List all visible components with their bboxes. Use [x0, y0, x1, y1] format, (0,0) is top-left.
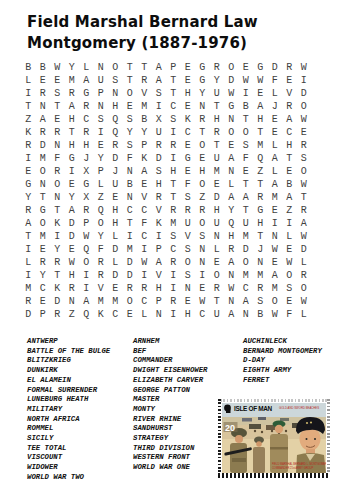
grid-cell: B [282, 178, 297, 191]
grid-cell: O [123, 295, 138, 308]
grid-cell: O [282, 269, 297, 282]
grid-cell: G [21, 178, 36, 191]
grid-cell: N [65, 295, 80, 308]
grid-cell: O [195, 217, 210, 230]
word-list-item: DUNKIRK [27, 366, 110, 376]
word-list-item: WORLD WAR ONE [133, 463, 207, 473]
grid-cell: D [297, 87, 312, 100]
grid-cell: P [36, 308, 51, 321]
grid-cell: R [282, 61, 297, 74]
grid-cell: Y [94, 152, 109, 165]
grid-cell: W [297, 61, 312, 74]
grid-cell: U [152, 126, 167, 139]
grid-cell: M [239, 269, 254, 282]
grid-cell: Z [282, 204, 297, 217]
grid-cell: T [123, 74, 138, 87]
grid-cell: D [21, 308, 36, 321]
grid-cell: R [108, 139, 123, 152]
grid-cell: U [181, 217, 196, 230]
grid-cell: D [108, 152, 123, 165]
word-list-item: THIRD DIVISION [133, 444, 207, 454]
grid-cell: I [21, 87, 36, 100]
word-list-item: WIDOWER [27, 463, 110, 473]
grid-cell: E [282, 295, 297, 308]
grid-cell: D [65, 230, 80, 243]
word-list-column-2: ARNHEMBEFCOMMANDERDWIGHT EISENHOWERELIZA… [133, 337, 207, 473]
grid-cell: L [210, 243, 225, 256]
grid-cell: P [94, 87, 109, 100]
word-list-item: BLITZKRIEG [27, 356, 110, 366]
grid-cell: D [36, 139, 51, 152]
grid-cell: Z [195, 191, 210, 204]
grid-cell: H [210, 113, 225, 126]
grid-cell: E [137, 178, 152, 191]
grid-cell: R [50, 165, 65, 178]
grid-cell: A [152, 256, 167, 269]
grid-cell: L [297, 308, 312, 321]
grid-cell: R [137, 282, 152, 295]
grid-cell: Q [108, 113, 123, 126]
grid-cell: T [65, 126, 80, 139]
word-list-item: SICILY [27, 434, 110, 444]
grid-cell: R [297, 269, 312, 282]
grid-cell: E [123, 308, 138, 321]
grid-cell: K [50, 217, 65, 230]
grid-cell: O [297, 165, 312, 178]
grid-cell: N [36, 100, 51, 113]
grid-cell: U [210, 308, 225, 321]
grid-cell: C [282, 126, 297, 139]
grid-cell: L [108, 256, 123, 269]
grid-cell: M [268, 282, 283, 295]
grid-cell: A [268, 269, 283, 282]
word-list-item: BATTLE OF THE BULGE [27, 347, 110, 357]
grid-cell: I [166, 152, 181, 165]
grid-cell: Y [21, 191, 36, 204]
word-list-item: EIGHTH ARMY [243, 366, 322, 376]
grid-cell: N [210, 230, 225, 243]
grid-cell: H [181, 308, 196, 321]
grid-cell: E [94, 139, 109, 152]
grid-cell: I [282, 217, 297, 230]
grid-cell: S [166, 113, 181, 126]
grid-cell: P [152, 295, 167, 308]
word-list-item: ROMMEL [27, 424, 110, 434]
grid-cell: R [36, 256, 51, 269]
grid-cell: C [79, 113, 94, 126]
grid-cell: O [181, 256, 196, 269]
grid-cell: G [181, 152, 196, 165]
grid-cell: T [50, 204, 65, 217]
grid-cell: D [108, 269, 123, 282]
grid-cell: A [152, 61, 167, 74]
grid-cell: D [123, 256, 138, 269]
grid-cell: T [21, 100, 36, 113]
grid-cell: Z [94, 191, 109, 204]
grid-cell: L [137, 308, 152, 321]
word-list-item: WORLD WAR TWO [27, 473, 110, 483]
grid-cell: I [94, 126, 109, 139]
grid-cell: H [210, 204, 225, 217]
grid-cell: H [65, 269, 80, 282]
grid-cell: P [94, 165, 109, 178]
grid-cell: O [224, 61, 239, 74]
grid-cell: H [108, 217, 123, 230]
grid-cell: E [268, 204, 283, 217]
grid-cell: T [36, 191, 51, 204]
grid-cell: W [239, 74, 254, 87]
grid-cell: C [195, 308, 210, 321]
grid-cell: O [239, 126, 254, 139]
grid-cell: O [123, 87, 138, 100]
grid-cell: H [166, 165, 181, 178]
grid-cell: S [181, 243, 196, 256]
grid-cell: I [166, 269, 181, 282]
grid-cell: D [123, 269, 138, 282]
word-list-column-1: ANTWERPBATTLE OF THE BULGEBLITZKRIEGDUNK… [27, 337, 110, 483]
grid-cell: G [65, 152, 80, 165]
grid-cell: W [224, 282, 239, 295]
grid-cell: N [224, 165, 239, 178]
grid-cell: E [50, 113, 65, 126]
grid-cell: C [123, 204, 138, 217]
grid-cell: R [94, 269, 109, 282]
word-search-grid: BBWYLNOTTAPEGROEGDRWLEEMAUSTRATEGYDWWFEI… [21, 61, 311, 321]
grid-cell: R [94, 256, 109, 269]
grid-cell: E [210, 256, 225, 269]
grid-cell: Q [79, 308, 94, 321]
grid-cell: X [152, 113, 167, 126]
grid-cell: R [210, 61, 225, 74]
grid-cell: H [181, 87, 196, 100]
grid-cell: R [21, 295, 36, 308]
grid-cell: F [181, 178, 196, 191]
grid-cell: L [268, 87, 283, 100]
grid-cell: D [297, 243, 312, 256]
grid-cell: S [253, 295, 268, 308]
word-list-item: AUCHINLECK [243, 337, 322, 347]
grid-cell: N [195, 256, 210, 269]
grid-cell: R [79, 100, 94, 113]
word-list-item: VISCOUNT [27, 453, 110, 463]
grid-cell: O [36, 165, 51, 178]
grid-cell: W [297, 295, 312, 308]
grid-cell: G [79, 87, 94, 100]
grid-cell: H [282, 139, 297, 152]
grid-cell: F [50, 152, 65, 165]
stamp: GOLD AND SWORD BEACHES FIELD MARSHAL BER… [218, 399, 330, 478]
grid-cell: E [50, 74, 65, 87]
grid-cell: E [181, 74, 196, 87]
stamp-perforation-bottom [218, 473, 330, 478]
grid-cell: M [36, 230, 51, 243]
grid-cell: I [195, 269, 210, 282]
grid-cell: D [210, 191, 225, 204]
grid-cell: C [36, 282, 51, 295]
grid-cell: I [50, 230, 65, 243]
grid-cell: I [137, 243, 152, 256]
word-list-item: MILITARY [27, 405, 110, 415]
grid-cell: D [152, 152, 167, 165]
grid-cell: N [94, 61, 109, 74]
grid-cell: Q [94, 204, 109, 217]
grid-cell: F [94, 243, 109, 256]
grid-cell: A [79, 74, 94, 87]
grid-cell: W [268, 308, 283, 321]
grid-cell: Y [224, 204, 239, 217]
grid-cell: K [152, 217, 167, 230]
grid-cell: M [94, 295, 109, 308]
grid-cell: V [137, 191, 152, 204]
grid-cell: U [239, 217, 254, 230]
grid-cell: W [297, 230, 312, 243]
grid-cell: R [137, 74, 152, 87]
grid-cell: A [282, 113, 297, 126]
grid-cell: N [108, 87, 123, 100]
grid-cell: B [253, 308, 268, 321]
grid-cell: Y [195, 87, 210, 100]
grid-cell: L [268, 139, 283, 152]
grid-cell: S [94, 113, 109, 126]
grid-cell: O [50, 178, 65, 191]
grid-cell: O [36, 217, 51, 230]
page-title: Field Marshal Bernard Law Montgomery (18… [27, 12, 337, 54]
grid-cell: H [65, 139, 80, 152]
grid-cell: U [108, 178, 123, 191]
grid-cell: A [297, 217, 312, 230]
grid-cell: E [36, 243, 51, 256]
stamp-bottom-caption-1: FIELD MARSHAL BERNARD L. MONTGOMERY [272, 462, 326, 466]
grid-cell: U [210, 152, 225, 165]
grid-cell: R [79, 204, 94, 217]
grid-cell: V [152, 269, 167, 282]
grid-cell: D [108, 243, 123, 256]
grid-cell: U [210, 87, 225, 100]
grid-cell: I [137, 269, 152, 282]
grid-cell: R [21, 139, 36, 152]
grid-cell: F [123, 152, 138, 165]
grid-cell: D [224, 74, 239, 87]
grid-cell: T [166, 178, 181, 191]
grid-cell: L [94, 178, 109, 191]
grid-cell: H [253, 113, 268, 126]
grid-cell: R [166, 139, 181, 152]
grid-cell: A [224, 308, 239, 321]
grid-cell: E [36, 74, 51, 87]
grid-cell: I [21, 243, 36, 256]
grid-cell: M [210, 165, 225, 178]
grid-cell: R [21, 204, 36, 217]
stamp-perforation-right [327, 399, 330, 478]
grid-cell: R [224, 243, 239, 256]
grid-cell: F [268, 74, 283, 87]
grid-cell: T [253, 230, 268, 243]
grid-cell: I [166, 126, 181, 139]
grid-cell: S [123, 113, 138, 126]
grid-cell: N [152, 308, 167, 321]
grid-cell: B [239, 100, 254, 113]
grid-cell: W [79, 230, 94, 243]
stamp-bottom-caption-2: COMMANDER 21st ARMY GROUP [272, 466, 313, 470]
grid-cell: C [239, 282, 254, 295]
grid-cell: T [210, 295, 225, 308]
stamp-denomination: 20 [225, 423, 235, 433]
grid-cell: H [152, 178, 167, 191]
grid-cell: G [253, 61, 268, 74]
grid-cell: I [65, 165, 80, 178]
grid-cell: W [297, 113, 312, 126]
grid-cell: W [268, 243, 283, 256]
grid-cell: K [21, 126, 36, 139]
grid-cell: F [239, 152, 254, 165]
grid-cell: A [224, 191, 239, 204]
grid-cell: E [297, 126, 312, 139]
grid-cell: E [21, 165, 36, 178]
grid-cell: L [21, 74, 36, 87]
grid-cell: S [239, 139, 254, 152]
grid-cell: N [195, 243, 210, 256]
grid-cell: S [152, 165, 167, 178]
grid-cell: R [181, 204, 196, 217]
grid-cell: N [181, 282, 196, 295]
grid-cell: A [21, 217, 36, 230]
grid-cell: V [152, 204, 167, 217]
grid-cell: S [282, 282, 297, 295]
grid-cell: F [137, 217, 152, 230]
grid-cell: V [94, 282, 109, 295]
grid-cell: I [166, 282, 181, 295]
grid-cell: A [65, 204, 80, 217]
grid-cell: S [166, 230, 181, 243]
grid-cell: A [79, 295, 94, 308]
grid-cell: T [166, 87, 181, 100]
grid-cell: R [297, 139, 312, 152]
word-list-item: ARNHEM [133, 337, 207, 347]
grid-cell: G [36, 204, 51, 217]
stamp-top-caption: GOLD AND SWORD BEACHES [279, 406, 319, 410]
grid-cell: W [50, 61, 65, 74]
grid-cell: R [79, 126, 94, 139]
grid-cell: A [137, 165, 152, 178]
grid-cell: A [282, 191, 297, 204]
grid-cell: N [123, 191, 138, 204]
grid-cell: A [65, 100, 80, 113]
grid-cell: Z [65, 308, 80, 321]
grid-cell: R [166, 204, 181, 217]
grid-cell: I [79, 282, 94, 295]
grid-cell: M [123, 243, 138, 256]
grid-cell: Y [210, 74, 225, 87]
grid-cell: J [79, 152, 94, 165]
grid-cell: O [79, 256, 94, 269]
grid-cell: Q [79, 243, 94, 256]
grid-cell: M [166, 217, 181, 230]
grid-cell: T [239, 204, 254, 217]
grid-cell: R [50, 308, 65, 321]
grid-cell: T [282, 152, 297, 165]
grid-cell: M [253, 269, 268, 282]
grid-cell: V [282, 87, 297, 100]
grid-cell: T [137, 61, 152, 74]
grid-cell: Y [36, 269, 51, 282]
word-list-item: LUNEBURG HEATH [27, 395, 110, 405]
grid-cell: T [123, 61, 138, 74]
grid-cell: H [253, 217, 268, 230]
grid-cell: S [152, 87, 167, 100]
grid-cell: Z [253, 165, 268, 178]
grid-cell: C [137, 230, 152, 243]
grid-cell: E [108, 282, 123, 295]
grid-cell: K [50, 282, 65, 295]
grid-cell: E [224, 139, 239, 152]
grid-cell: N [239, 308, 254, 321]
grid-cell: M [36, 152, 51, 165]
grid-cell: S [181, 269, 196, 282]
grid-cell: R [166, 295, 181, 308]
word-list-item: NORTH AFRICA [27, 415, 110, 425]
stamp-perforation-left [218, 399, 221, 478]
grid-cell: L [268, 165, 283, 178]
grid-cell: N [94, 100, 109, 113]
page-title-line-1: Field Marshal Bernard Law [27, 12, 337, 33]
page-title-line-2: Montgomery (1887-1976) [27, 33, 337, 54]
grid-cell: Z [21, 113, 36, 126]
grid-cell: N [253, 256, 268, 269]
grid-cell: E [239, 61, 254, 74]
grid-cell: R [152, 191, 167, 204]
grid-cell: M [268, 191, 283, 204]
grid-cell: T [239, 178, 254, 191]
grid-cell: H [224, 230, 239, 243]
grid-cell: A [224, 152, 239, 165]
grid-cell: N [36, 178, 51, 191]
grid-cell: E [282, 74, 297, 87]
grid-cell: F [282, 308, 297, 321]
grid-cell: E [65, 178, 80, 191]
grid-cell: R [166, 256, 181, 269]
grid-cell: N [195, 100, 210, 113]
grid-cell: N [224, 295, 239, 308]
grid-cell: P [166, 61, 181, 74]
grid-cell: C [166, 243, 181, 256]
grid-cell: E [36, 295, 51, 308]
grid-cell: L [21, 256, 36, 269]
grid-cell: M [253, 139, 268, 152]
grid-cell: I [79, 269, 94, 282]
grid-cell: O [268, 295, 283, 308]
grid-cell: Y [94, 230, 109, 243]
grid-cell: V [137, 87, 152, 100]
grid-cell: R [282, 100, 297, 113]
word-list-item: MONTY [133, 405, 207, 415]
grid-cell: S [297, 152, 312, 165]
grid-cell: K [137, 152, 152, 165]
grid-cell: E [181, 61, 196, 74]
grid-cell: T [166, 191, 181, 204]
grid-cell: O [224, 126, 239, 139]
grid-cell: Q [108, 126, 123, 139]
grid-cell: Q [253, 152, 268, 165]
grid-cell: Y [123, 126, 138, 139]
grid-cell: T [50, 100, 65, 113]
grid-cell: Y [50, 243, 65, 256]
grid-cell: E [65, 243, 80, 256]
grid-cell: L [108, 230, 123, 243]
grid-cell: L [224, 178, 239, 191]
grid-cell: S [181, 191, 196, 204]
grid-cell: T [210, 100, 225, 113]
grid-cell: N [50, 191, 65, 204]
